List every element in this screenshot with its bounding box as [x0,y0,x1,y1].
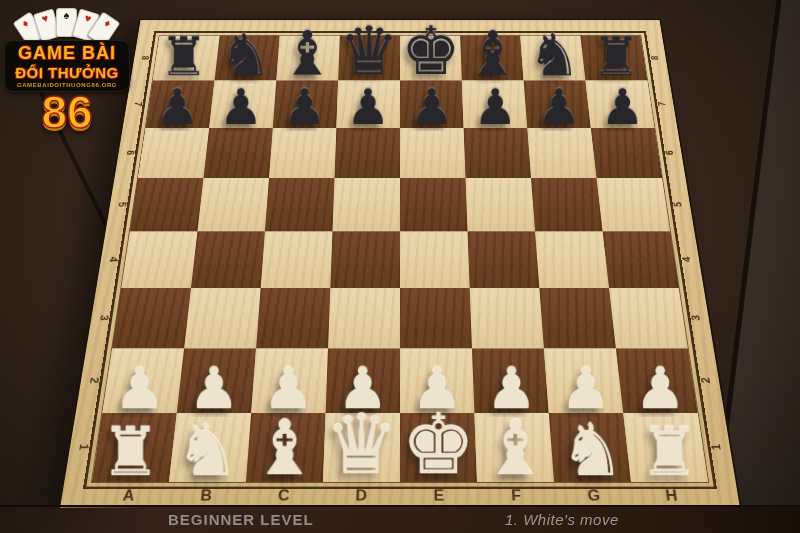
square-b1[interactable]: ♞ [169,413,251,482]
rank-label-1-right: 1 [677,435,757,460]
rank-label-5-left: 5 [87,195,157,214]
square-d6[interactable] [334,128,400,178]
black-knight[interactable]: ♞ [524,25,586,84]
app-screen: ♜♞♝♛♚♝♞♜♟♟♟♟♟♟♟♟♟♟♟♟♟♟♟♟♜♞♝♛♚♝♞♜ ABCDEFG… [0,0,800,533]
rank-label-2-left: 2 [56,369,133,392]
square-e8[interactable]: ♚ [400,36,462,81]
chess-board[interactable]: ♜♞♝♛♚♝♞♜♟♟♟♟♟♟♟♟♟♟♟♟♟♟♟♟♜♞♝♛♚♝♞♜ ABCDEFG… [60,20,740,508]
file-label-c: C [244,488,322,505]
black-pawn[interactable]: ♟ [273,82,337,131]
logo-subtitle: ĐỔI THƯỞNG [9,64,125,81]
square-g7[interactable]: ♟ [524,81,591,128]
white-bishop[interactable]: ♝ [477,410,554,486]
black-pawn[interactable]: ♟ [336,82,400,131]
square-d3[interactable] [328,288,400,348]
square-b2[interactable]: ♟ [177,348,256,413]
white-queen[interactable]: ♛ [323,403,400,486]
rank-label-2-right: 2 [668,369,745,392]
level-label: BEGINNER LEVEL [168,511,314,528]
square-c5[interactable] [265,178,335,231]
white-knight[interactable]: ♞ [554,413,631,486]
square-b5[interactable] [197,178,269,231]
square-f7[interactable]: ♟ [462,81,527,128]
rank-label-3-right: 3 [659,307,733,329]
black-pawn[interactable]: ♟ [464,82,528,131]
square-e4[interactable] [400,231,470,288]
rank-label-4-right: 4 [651,249,723,269]
square-f1[interactable]: ♝ [474,413,554,482]
file-label-g: G [554,488,633,505]
square-g3[interactable] [539,288,616,348]
square-e3[interactable] [400,288,472,348]
file-label-h: H [632,488,712,505]
white-king[interactable]: ♚ [400,403,477,486]
square-c6[interactable] [269,128,336,178]
square-b8[interactable]: ♞ [215,36,280,81]
logo-title: GAME BÀI [9,43,125,64]
square-g1[interactable]: ♞ [549,413,631,482]
rank-label-5-right: 5 [643,195,713,214]
file-label-f: F [477,488,555,505]
rank-label-1-left: 1 [44,435,124,460]
rank-label-6-left: 6 [96,144,163,162]
square-f4[interactable] [468,231,540,288]
logo-text-box: GAME BÀI ĐỔI THƯỞNG GAMEBAIDOITHUONG86.O… [4,40,130,92]
square-b7[interactable]: ♟ [209,81,276,128]
square-c8[interactable]: ♝ [276,36,340,81]
playing-cards-fan: ♦♥♠♥♦ [4,0,130,40]
black-pawn[interactable]: ♟ [400,82,464,131]
square-e6[interactable] [400,128,466,178]
file-label-b: B [166,488,245,505]
square-c3[interactable] [256,288,330,348]
square-d4[interactable] [330,231,400,288]
square-f3[interactable] [470,288,544,348]
black-pawn[interactable]: ♟ [527,82,591,131]
square-d5[interactable] [332,178,400,231]
square-c7[interactable]: ♟ [273,81,338,128]
black-bishop[interactable]: ♝ [462,23,524,84]
black-bishop[interactable]: ♝ [276,23,338,84]
square-g8[interactable]: ♞ [520,36,585,81]
black-pawn[interactable]: ♟ [209,82,273,131]
square-g5[interactable] [531,178,603,231]
move-indicator: 1. White's move [505,511,619,528]
logo-number: 86 [4,89,130,135]
promo-logo: ♦♥♠♥♦ GAME BÀI ĐỔI THƯỞNG GAMEBAIDOITHUO… [4,0,130,135]
square-g2[interactable]: ♟ [544,348,623,413]
rank-label-8-right: 8 [623,50,687,66]
square-e5[interactable] [400,178,468,231]
square-g4[interactable] [535,231,609,288]
rank-label-4-left: 4 [77,249,149,269]
black-queen[interactable]: ♛ [338,18,400,85]
square-f6[interactable] [464,128,531,178]
square-g6[interactable] [527,128,596,178]
file-label-a: A [89,488,169,505]
logo-url: GAMEBAIDOITHUONG86.ORG [9,82,125,88]
square-b3[interactable] [184,288,261,348]
square-b4[interactable] [191,231,265,288]
square-d8[interactable]: ♛ [338,36,400,81]
square-f8[interactable]: ♝ [460,36,524,81]
white-knight[interactable]: ♞ [169,413,246,486]
file-label-d: D [322,488,400,505]
rank-label-7-right: 7 [630,95,695,112]
white-bishop[interactable]: ♝ [246,410,323,486]
square-c1[interactable]: ♝ [246,413,326,482]
square-f5[interactable] [466,178,536,231]
square-e1[interactable]: ♚ [400,413,477,482]
square-b6[interactable] [203,128,272,178]
square-d7[interactable]: ♟ [336,81,400,128]
file-label-e: E [400,488,478,505]
rank-label-6-right: 6 [636,144,703,162]
black-king[interactable]: ♚ [400,18,462,85]
black-knight[interactable]: ♞ [215,25,277,84]
square-c4[interactable] [261,231,333,288]
board-grid: ♜♞♝♛♚♝♞♜♟♟♟♟♟♟♟♟♟♟♟♟♟♟♟♟♜♞♝♛♚♝♞♜ [92,36,708,482]
square-d1[interactable]: ♛ [323,413,400,482]
status-bar: BEGINNER LEVEL 1. White's move [0,505,800,533]
square-e7[interactable]: ♟ [400,81,464,128]
rank-label-3-left: 3 [67,307,141,329]
